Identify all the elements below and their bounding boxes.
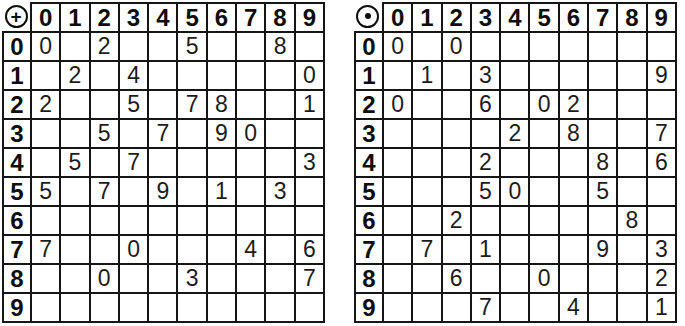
cell-r2c6[interactable]: 8 xyxy=(208,91,237,120)
cell-r9c1[interactable] xyxy=(61,294,90,323)
cell-r3c6[interactable]: 8 xyxy=(560,120,589,149)
addition-table: +012345678900258124022578135790457355791… xyxy=(2,2,325,323)
cell-r5c0[interactable] xyxy=(384,178,413,207)
cell-r0c6[interactable] xyxy=(560,33,589,62)
cell-r8c6[interactable] xyxy=(208,265,237,294)
cell-r6c0[interactable] xyxy=(384,207,413,236)
cell-r2c0[interactable]: 0 xyxy=(384,91,413,120)
col-header-6: 6 xyxy=(560,2,589,33)
cell-r5c8[interactable] xyxy=(618,178,647,207)
col-header-7: 7 xyxy=(237,2,266,33)
cell-r7c4[interactable] xyxy=(149,236,178,265)
row-header-8: 8 xyxy=(354,265,384,294)
cell-r8c6[interactable] xyxy=(560,265,589,294)
page: +012345678900258124022578135790457355791… xyxy=(0,0,685,323)
cell-r8c5[interactable]: 0 xyxy=(530,265,559,294)
cell-r5c1[interactable] xyxy=(61,178,90,207)
cell-r0c1[interactable] xyxy=(61,33,90,62)
cell-r6c4[interactable] xyxy=(501,207,530,236)
cell-r9c7[interactable] xyxy=(237,294,266,323)
cell-r6c2[interactable] xyxy=(91,207,120,236)
cell-r3c7[interactable]: 0 xyxy=(237,120,266,149)
cell-r6c6[interactable] xyxy=(208,207,237,236)
cell-r8c8[interactable] xyxy=(266,265,295,294)
cell-r9c6[interactable]: 4 xyxy=(560,294,589,323)
cell-r1c2[interactable] xyxy=(443,62,472,91)
cell-r0c2[interactable]: 2 xyxy=(91,33,120,62)
cell-r8c9[interactable]: 2 xyxy=(648,265,677,294)
cell-r2c2[interactable] xyxy=(443,91,472,120)
row-header-2: 2 xyxy=(354,91,384,120)
cell-r0c1[interactable] xyxy=(413,33,442,62)
cell-r7c8[interactable] xyxy=(618,236,647,265)
cell-r0c6[interactable] xyxy=(208,33,237,62)
cell-r5c6[interactable]: 1 xyxy=(208,178,237,207)
cell-r4c5[interactable] xyxy=(530,149,559,178)
cell-r7c7[interactable]: 4 xyxy=(237,236,266,265)
col-header-0: 0 xyxy=(32,2,61,33)
row-header-6: 6 xyxy=(2,207,32,236)
cell-r1c2[interactable] xyxy=(91,62,120,91)
cell-r6c9[interactable] xyxy=(648,207,677,236)
cell-r4c1[interactable] xyxy=(413,149,442,178)
cell-r9c7[interactable] xyxy=(589,294,618,323)
cell-r2c4[interactable] xyxy=(501,91,530,120)
row-header-7: 7 xyxy=(354,236,384,265)
row-header-4: 4 xyxy=(2,149,32,178)
cell-r8c7[interactable] xyxy=(237,265,266,294)
cell-r6c5[interactable] xyxy=(178,207,207,236)
cell-r3c6[interactable]: 9 xyxy=(208,120,237,149)
cell-r1c8[interactable] xyxy=(618,62,647,91)
cell-r0c2[interactable]: 0 xyxy=(443,33,472,62)
cell-r2c6[interactable]: 2 xyxy=(560,91,589,120)
col-header-8: 8 xyxy=(618,2,647,33)
multiplication-table: 0123456789000113920602328742865505628771… xyxy=(354,2,677,323)
col-header-4: 4 xyxy=(149,2,178,33)
cell-r4c8[interactable] xyxy=(266,149,295,178)
cell-r3c8[interactable] xyxy=(266,120,295,149)
col-header-0: 0 xyxy=(384,2,413,33)
cell-r5c4[interactable]: 9 xyxy=(149,178,178,207)
cell-r2c8[interactable] xyxy=(618,91,647,120)
cell-r0c4[interactable] xyxy=(501,33,530,62)
cell-r3c4[interactable]: 2 xyxy=(501,120,530,149)
cell-r4c4[interactable] xyxy=(149,149,178,178)
cell-r4c9[interactable]: 6 xyxy=(648,149,677,178)
cell-r0c0[interactable]: 0 xyxy=(32,33,61,62)
col-header-2: 2 xyxy=(443,2,472,33)
cell-r1c1[interactable]: 2 xyxy=(61,62,90,91)
operator-circled-dot-icon xyxy=(354,2,384,33)
cell-r0c3[interactable] xyxy=(472,33,501,62)
cell-r7c5[interactable] xyxy=(530,236,559,265)
cell-r7c1[interactable]: 7 xyxy=(413,236,442,265)
cell-r9c8[interactable] xyxy=(618,294,647,323)
cell-r5c3[interactable]: 5 xyxy=(472,178,501,207)
cell-r2c7[interactable] xyxy=(237,91,266,120)
cell-r3c0[interactable] xyxy=(384,120,413,149)
cell-r7c0[interactable]: 7 xyxy=(32,236,61,265)
row-header-4: 4 xyxy=(354,149,384,178)
cell-r3c1[interactable] xyxy=(61,120,90,149)
col-header-5: 5 xyxy=(178,2,207,33)
cell-r0c5[interactable] xyxy=(530,33,559,62)
cell-r7c2[interactable] xyxy=(91,236,120,265)
cell-r8c9[interactable]: 7 xyxy=(296,265,325,294)
row-header-8: 8 xyxy=(2,265,32,294)
row-header-0: 0 xyxy=(354,33,384,62)
cell-r7c5[interactable] xyxy=(178,236,207,265)
cell-r2c8[interactable] xyxy=(266,91,295,120)
cell-r3c1[interactable] xyxy=(413,120,442,149)
cell-r8c0[interactable] xyxy=(384,265,413,294)
circled-plus-icon: + xyxy=(5,5,28,28)
cell-r3c4[interactable]: 7 xyxy=(149,120,178,149)
row-header-5: 5 xyxy=(2,178,32,207)
cell-r3c9[interactable]: 7 xyxy=(648,120,677,149)
cell-r6c0[interactable] xyxy=(32,207,61,236)
cell-r4c2[interactable] xyxy=(91,149,120,178)
cell-r5c3[interactable] xyxy=(120,178,149,207)
cell-r1c3[interactable]: 4 xyxy=(120,62,149,91)
cell-r8c5[interactable]: 3 xyxy=(178,265,207,294)
cell-r2c4[interactable] xyxy=(149,91,178,120)
cell-r0c8[interactable] xyxy=(618,33,647,62)
cell-r4c1[interactable]: 5 xyxy=(61,149,90,178)
cell-r4c4[interactable] xyxy=(501,149,530,178)
cell-r3c2[interactable]: 5 xyxy=(91,120,120,149)
cell-r5c5[interactable] xyxy=(530,178,559,207)
cell-r9c8[interactable] xyxy=(266,294,295,323)
cell-r0c7[interactable] xyxy=(237,33,266,62)
cell-r8c0[interactable] xyxy=(32,265,61,294)
cell-r9c0[interactable] xyxy=(32,294,61,323)
row-header-7: 7 xyxy=(2,236,32,265)
col-header-5: 5 xyxy=(530,2,559,33)
cell-r1c8[interactable] xyxy=(266,62,295,91)
cell-r1c4[interactable] xyxy=(149,62,178,91)
cell-r8c8[interactable] xyxy=(618,265,647,294)
cell-r4c5[interactable] xyxy=(178,149,207,178)
cell-r7c2[interactable] xyxy=(443,236,472,265)
cell-r9c4[interactable] xyxy=(149,294,178,323)
cell-r9c5[interactable] xyxy=(530,294,559,323)
cell-r0c9[interactable] xyxy=(296,33,325,62)
cell-r9c9[interactable] xyxy=(296,294,325,323)
cell-r7c4[interactable] xyxy=(501,236,530,265)
cell-r6c7[interactable] xyxy=(589,207,618,236)
cell-r4c7[interactable] xyxy=(237,149,266,178)
cell-r5c7[interactable]: 5 xyxy=(589,178,618,207)
cell-r1c3[interactable]: 3 xyxy=(472,62,501,91)
cell-r5c0[interactable]: 5 xyxy=(32,178,61,207)
cell-r9c0[interactable] xyxy=(384,294,413,323)
cell-r7c3[interactable]: 0 xyxy=(120,236,149,265)
cell-r5c1[interactable] xyxy=(413,178,442,207)
cell-r9c6[interactable] xyxy=(208,294,237,323)
cell-r2c9[interactable]: 1 xyxy=(296,91,325,120)
cell-r7c9[interactable]: 6 xyxy=(296,236,325,265)
cell-r6c8[interactable]: 8 xyxy=(618,207,647,236)
cell-r5c6[interactable] xyxy=(560,178,589,207)
row-header-2: 2 xyxy=(2,91,32,120)
cell-r1c1[interactable]: 1 xyxy=(413,62,442,91)
cell-r8c7[interactable] xyxy=(589,265,618,294)
col-header-1: 1 xyxy=(61,2,90,33)
row-header-1: 1 xyxy=(2,62,32,91)
cell-r1c9[interactable]: 9 xyxy=(648,62,677,91)
cell-r2c2[interactable] xyxy=(91,91,120,120)
cell-r1c0[interactable] xyxy=(384,62,413,91)
cell-r7c0[interactable] xyxy=(384,236,413,265)
cell-r3c5[interactable] xyxy=(530,120,559,149)
cell-r3c8[interactable] xyxy=(618,120,647,149)
cell-r9c3[interactable]: 7 xyxy=(472,294,501,323)
col-header-3: 3 xyxy=(472,2,501,33)
cell-r8c4[interactable] xyxy=(149,265,178,294)
cell-r8c3[interactable] xyxy=(120,265,149,294)
col-header-9: 9 xyxy=(296,2,325,33)
cell-r6c3[interactable] xyxy=(120,207,149,236)
cell-r6c8[interactable] xyxy=(266,207,295,236)
cell-r4c3[interactable]: 7 xyxy=(120,149,149,178)
cell-r9c1[interactable] xyxy=(413,294,442,323)
operator-circled-plus-icon: + xyxy=(2,2,32,33)
cell-r7c8[interactable] xyxy=(266,236,295,265)
cell-r5c2[interactable] xyxy=(443,178,472,207)
cell-r1c6[interactable] xyxy=(208,62,237,91)
cell-r7c3[interactable]: 1 xyxy=(472,236,501,265)
cell-r3c0[interactable] xyxy=(32,120,61,149)
cell-r4c6[interactable] xyxy=(560,149,589,178)
cell-r0c5[interactable]: 5 xyxy=(178,33,207,62)
row-header-0: 0 xyxy=(2,33,32,62)
cell-r0c7[interactable] xyxy=(589,33,618,62)
cell-r3c5[interactable] xyxy=(178,120,207,149)
row-header-5: 5 xyxy=(354,178,384,207)
cell-r5c8[interactable]: 3 xyxy=(266,178,295,207)
cell-r2c3[interactable]: 6 xyxy=(472,91,501,120)
cell-r7c9[interactable]: 3 xyxy=(648,236,677,265)
cell-r5c9[interactable] xyxy=(296,178,325,207)
cell-r9c4[interactable] xyxy=(501,294,530,323)
circled-dot-icon xyxy=(356,5,379,28)
cell-r8c4[interactable] xyxy=(501,265,530,294)
col-header-6: 6 xyxy=(208,2,237,33)
cell-r9c2[interactable] xyxy=(443,294,472,323)
cell-r9c9[interactable]: 1 xyxy=(648,294,677,323)
cell-r6c4[interactable] xyxy=(149,207,178,236)
cell-r8c3[interactable] xyxy=(472,265,501,294)
cell-r5c2[interactable]: 7 xyxy=(91,178,120,207)
cell-r2c5[interactable]: 0 xyxy=(530,91,559,120)
cell-r0c8[interactable]: 8 xyxy=(266,33,295,62)
cell-r3c2[interactable] xyxy=(443,120,472,149)
col-header-9: 9 xyxy=(648,2,677,33)
dot-glyph xyxy=(365,13,371,19)
cell-r9c3[interactable] xyxy=(120,294,149,323)
col-header-8: 8 xyxy=(266,2,295,33)
cell-r9c5[interactable] xyxy=(178,294,207,323)
cell-r7c1[interactable] xyxy=(61,236,90,265)
row-header-1: 1 xyxy=(354,62,384,91)
cell-r7c6[interactable] xyxy=(560,236,589,265)
row-header-3: 3 xyxy=(2,120,32,149)
cell-r2c1[interactable] xyxy=(61,91,90,120)
cell-r1c5[interactable] xyxy=(530,62,559,91)
cell-r3c7[interactable] xyxy=(589,120,618,149)
cell-r5c5[interactable] xyxy=(178,178,207,207)
cell-r1c6[interactable] xyxy=(560,62,589,91)
cell-r2c1[interactable] xyxy=(413,91,442,120)
cell-r6c2[interactable]: 2 xyxy=(443,207,472,236)
cell-r1c7[interactable] xyxy=(237,62,266,91)
cell-r1c5[interactable] xyxy=(178,62,207,91)
cell-r4c2[interactable] xyxy=(443,149,472,178)
cell-r6c1[interactable] xyxy=(413,207,442,236)
col-header-1: 1 xyxy=(413,2,442,33)
cell-r5c7[interactable] xyxy=(237,178,266,207)
cell-r4c3[interactable]: 2 xyxy=(472,149,501,178)
row-header-3: 3 xyxy=(354,120,384,149)
cell-r6c9[interactable] xyxy=(296,207,325,236)
col-header-2: 2 xyxy=(91,2,120,33)
cell-r3c3[interactable] xyxy=(120,120,149,149)
cell-r7c7[interactable]: 9 xyxy=(589,236,618,265)
cell-r4c8[interactable] xyxy=(618,149,647,178)
cell-r7c6[interactable] xyxy=(208,236,237,265)
cell-r0c3[interactable] xyxy=(120,33,149,62)
cell-r0c9[interactable] xyxy=(648,33,677,62)
cell-r4c9[interactable]: 3 xyxy=(296,149,325,178)
cell-r8c2[interactable]: 0 xyxy=(91,265,120,294)
cell-r5c4[interactable]: 0 xyxy=(501,178,530,207)
col-header-4: 4 xyxy=(501,2,530,33)
cell-r4c7[interactable]: 8 xyxy=(589,149,618,178)
cell-r3c3[interactable] xyxy=(472,120,501,149)
cell-r9c2[interactable] xyxy=(91,294,120,323)
cell-r1c4[interactable] xyxy=(501,62,530,91)
cell-r0c4[interactable] xyxy=(149,33,178,62)
cell-r4c0[interactable] xyxy=(384,149,413,178)
cell-r8c1[interactable] xyxy=(61,265,90,294)
cell-r4c0[interactable] xyxy=(32,149,61,178)
cell-r2c0[interactable]: 2 xyxy=(32,91,61,120)
cell-r4c6[interactable] xyxy=(208,149,237,178)
cell-r6c6[interactable] xyxy=(560,207,589,236)
cell-r1c7[interactable] xyxy=(589,62,618,91)
cell-r6c1[interactable] xyxy=(61,207,90,236)
cell-r0c0[interactable]: 0 xyxy=(384,33,413,62)
row-header-6: 6 xyxy=(354,207,384,236)
cell-r2c5[interactable]: 7 xyxy=(178,91,207,120)
cell-r3c9[interactable] xyxy=(296,120,325,149)
cell-r8c2[interactable]: 6 xyxy=(443,265,472,294)
cell-r6c7[interactable] xyxy=(237,207,266,236)
col-header-3: 3 xyxy=(120,2,149,33)
cell-r6c3[interactable] xyxy=(472,207,501,236)
cell-r1c0[interactable] xyxy=(32,62,61,91)
cell-r2c7[interactable] xyxy=(589,91,618,120)
cell-r5c9[interactable] xyxy=(648,178,677,207)
cell-r6c5[interactable] xyxy=(530,207,559,236)
cell-r8c1[interactable] xyxy=(413,265,442,294)
row-header-9: 9 xyxy=(2,294,32,323)
cell-r1c9[interactable]: 0 xyxy=(296,62,325,91)
cell-r2c3[interactable]: 5 xyxy=(120,91,149,120)
cell-r2c9[interactable] xyxy=(648,91,677,120)
col-header-7: 7 xyxy=(589,2,618,33)
row-header-9: 9 xyxy=(354,294,384,323)
